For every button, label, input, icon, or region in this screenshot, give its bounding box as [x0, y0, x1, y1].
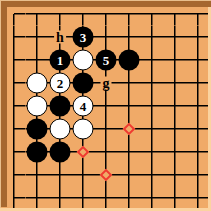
board-intersection[interactable]: 2	[49, 72, 72, 95]
go-board-diagram: h3152g4	[0, 0, 211, 211]
board-intersection[interactable]	[164, 141, 187, 164]
board-intersection[interactable]	[164, 164, 187, 187]
board-intersection[interactable]	[118, 164, 141, 187]
black-stone: 3	[73, 27, 94, 48]
board-intersection[interactable]	[49, 118, 72, 141]
point-label: h	[54, 31, 66, 44]
black-stone: 5	[96, 50, 117, 71]
white-stone	[73, 50, 94, 71]
move-number: 4	[80, 100, 87, 113]
black-stone	[27, 119, 48, 140]
board-intersection[interactable]	[95, 187, 118, 210]
board-intersection[interactable]	[26, 49, 49, 72]
board-intersection[interactable]	[141, 72, 164, 95]
board-intersection[interactable]	[95, 141, 118, 164]
black-stone	[50, 142, 71, 163]
board-intersection[interactable]: 4	[72, 95, 95, 118]
board-intersection[interactable]	[26, 141, 49, 164]
board-intersection[interactable]: g	[95, 72, 118, 95]
move-number: 2	[57, 77, 64, 90]
board-intersection[interactable]	[187, 95, 210, 118]
board-intersection[interactable]	[141, 141, 164, 164]
board-intersection[interactable]	[118, 26, 141, 49]
board-intersection[interactable]	[118, 141, 141, 164]
red-diamond-icon	[123, 123, 136, 136]
board-intersection[interactable]	[187, 72, 210, 95]
board-frame-right	[208, 0, 211, 211]
black-stone	[119, 50, 140, 71]
white-stone: 2	[50, 73, 71, 94]
board-intersection[interactable]	[26, 187, 49, 210]
black-stone	[27, 142, 48, 163]
board-intersection[interactable]	[187, 164, 210, 187]
board-intersection[interactable]	[26, 118, 49, 141]
board-intersection[interactable]	[72, 72, 95, 95]
board-intersection[interactable]	[164, 49, 187, 72]
board-intersection[interactable]	[141, 164, 164, 187]
white-stone	[50, 119, 71, 140]
board-intersection[interactable]	[164, 187, 187, 210]
board-intersection[interactable]	[72, 164, 95, 187]
board-intersection[interactable]	[26, 26, 49, 49]
board-intersection[interactable]	[49, 141, 72, 164]
board-intersection[interactable]	[49, 95, 72, 118]
move-number: 5	[103, 54, 110, 67]
board-frame-top-edge	[0, 0, 211, 1]
board-intersection[interactable]	[118, 187, 141, 210]
goban-grid: h3152g4	[3, 3, 210, 210]
board-intersection[interactable]	[187, 118, 210, 141]
board-intersection[interactable]	[118, 49, 141, 72]
board-intersection[interactable]	[187, 26, 210, 49]
red-diamond-icon	[100, 169, 113, 182]
board-intersection[interactable]	[141, 49, 164, 72]
board-intersection[interactable]	[164, 26, 187, 49]
board-intersection[interactable]	[141, 187, 164, 210]
board-intersection[interactable]	[95, 95, 118, 118]
board-intersection[interactable]	[72, 118, 95, 141]
board-intersection[interactable]	[118, 95, 141, 118]
board-intersection[interactable]	[95, 164, 118, 187]
black-stone: 1	[50, 50, 71, 71]
point-label: g	[101, 77, 112, 90]
black-stone	[73, 73, 94, 94]
board-intersection[interactable]	[72, 187, 95, 210]
board-intersection[interactable]: 3	[72, 26, 95, 49]
board-intersection[interactable]	[164, 95, 187, 118]
board-intersection[interactable]	[164, 72, 187, 95]
board-intersection[interactable]	[118, 72, 141, 95]
move-number: 3	[80, 31, 87, 44]
move-number: 1	[57, 54, 64, 67]
white-stone	[73, 119, 94, 140]
board-intersection[interactable]	[164, 118, 187, 141]
board-frame-bottom	[0, 208, 211, 211]
board-intersection[interactable]	[141, 26, 164, 49]
board-intersection[interactable]	[95, 26, 118, 49]
board-intersection[interactable]	[26, 72, 49, 95]
board-frame-left-edge	[0, 0, 1, 208]
white-stone	[27, 73, 48, 94]
board-intersection[interactable]	[72, 49, 95, 72]
board-intersection[interactable]	[187, 141, 210, 164]
board-intersection[interactable]	[118, 118, 141, 141]
board-intersection[interactable]	[72, 141, 95, 164]
board-frame-top	[1, 1, 211, 7]
board-frame-left	[1, 1, 7, 207]
board-intersection[interactable]	[95, 118, 118, 141]
board-intersection[interactable]	[49, 164, 72, 187]
board-intersection[interactable]	[187, 49, 210, 72]
black-stone	[50, 96, 71, 117]
board-intersection[interactable]: 5	[95, 49, 118, 72]
board-intersection[interactable]	[26, 95, 49, 118]
board-intersection[interactable]: 1	[49, 49, 72, 72]
board-intersection[interactable]	[49, 187, 72, 210]
white-stone	[27, 96, 48, 117]
board-intersection[interactable]	[141, 95, 164, 118]
red-diamond-icon	[77, 146, 90, 159]
board-intersection[interactable]	[141, 118, 164, 141]
board-intersection[interactable]	[26, 164, 49, 187]
white-stone: 4	[73, 96, 94, 117]
board-intersection[interactable]: h	[49, 26, 72, 49]
board-intersection[interactable]	[187, 187, 210, 210]
